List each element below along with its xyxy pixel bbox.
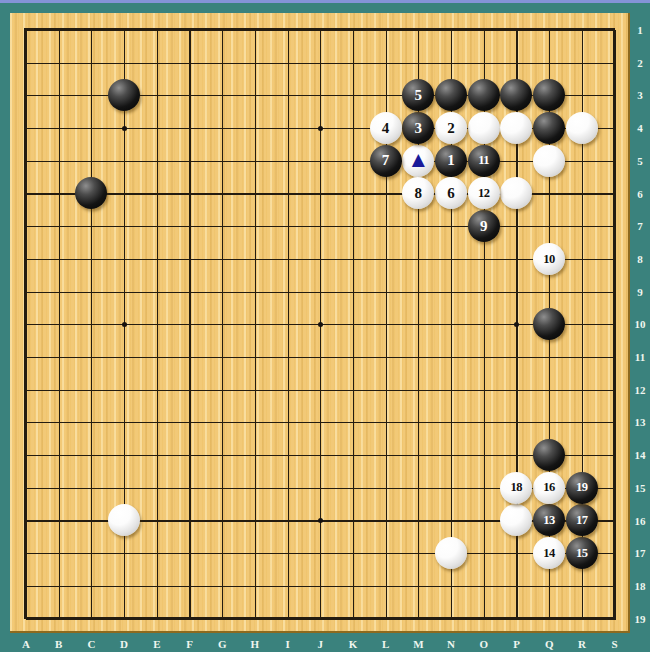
stone-r4[interactable] xyxy=(566,112,598,144)
move-number: 3 xyxy=(415,121,423,136)
star-point-J4 xyxy=(318,126,323,131)
stone-o6[interactable]: 12 xyxy=(468,177,500,209)
stone-n5[interactable]: 1 xyxy=(435,145,467,177)
go-board[interactable]: ▲12345678910111213141516171819 xyxy=(10,13,630,633)
move-number: 1 xyxy=(447,153,455,168)
row-label-15: 15 xyxy=(630,481,650,495)
col-label-D: D xyxy=(114,637,134,651)
col-label-H: H xyxy=(245,637,265,651)
move-number: 13 xyxy=(543,514,555,527)
col-label-S: S xyxy=(605,637,625,651)
stone-o4[interactable] xyxy=(468,112,500,144)
row-label-18: 18 xyxy=(630,579,650,593)
col-label-Q: Q xyxy=(539,637,559,651)
stone-q3[interactable] xyxy=(533,79,565,111)
stone-q16[interactable]: 13 xyxy=(533,504,565,536)
row-label-16: 16 xyxy=(630,514,650,528)
col-label-P: P xyxy=(507,637,527,651)
stone-l5[interactable]: 7 xyxy=(370,145,402,177)
row-label-3: 3 xyxy=(630,88,650,102)
stone-q8[interactable]: 10 xyxy=(533,243,565,275)
stone-p16[interactable] xyxy=(500,504,532,536)
stone-n17[interactable] xyxy=(435,537,467,569)
move-number: 11 xyxy=(478,154,489,167)
move-number: 5 xyxy=(415,88,423,103)
row-label-12: 12 xyxy=(630,383,650,397)
stone-p6[interactable] xyxy=(500,177,532,209)
move-number: 15 xyxy=(576,547,588,560)
stone-d16[interactable] xyxy=(108,504,140,536)
stone-d3[interactable] xyxy=(108,79,140,111)
stone-p4[interactable] xyxy=(500,112,532,144)
row-label-14: 14 xyxy=(630,448,650,462)
col-label-F: F xyxy=(180,637,200,651)
col-label-M: M xyxy=(408,637,428,651)
stone-r15[interactable]: 19 xyxy=(566,472,598,504)
col-label-L: L xyxy=(376,637,396,651)
stone-o5[interactable]: 11 xyxy=(468,145,500,177)
row-label-17: 17 xyxy=(630,546,650,560)
stone-q5[interactable] xyxy=(533,145,565,177)
col-label-K: K xyxy=(343,637,363,651)
stone-p3[interactable] xyxy=(500,79,532,111)
go-diagram: { "game": "go", "board": { "size": 19, "… xyxy=(0,0,650,652)
stone-q14[interactable] xyxy=(533,439,565,471)
col-label-O: O xyxy=(474,637,494,651)
stone-o3[interactable] xyxy=(468,79,500,111)
move-number: 12 xyxy=(478,187,490,200)
row-label-6: 6 xyxy=(630,187,650,201)
col-label-N: N xyxy=(441,637,461,651)
stone-m6[interactable]: 8 xyxy=(402,177,434,209)
row-label-9: 9 xyxy=(630,285,650,299)
stone-m4[interactable]: 3 xyxy=(402,112,434,144)
move-number: 10 xyxy=(543,253,555,266)
stone-c6[interactable] xyxy=(75,177,107,209)
stone-n4[interactable]: 2 xyxy=(435,112,467,144)
col-label-A: A xyxy=(16,637,36,651)
col-label-C: C xyxy=(81,637,101,651)
move-number: 4 xyxy=(382,121,390,136)
stone-n3[interactable] xyxy=(435,79,467,111)
stone-r17[interactable]: 15 xyxy=(566,537,598,569)
stone-n6[interactable]: 6 xyxy=(435,177,467,209)
stone-q10[interactable] xyxy=(533,308,565,340)
col-label-E: E xyxy=(147,637,167,651)
top-accent-line xyxy=(0,0,650,3)
move-number: 16 xyxy=(543,481,555,494)
stone-r16[interactable]: 17 xyxy=(566,504,598,536)
stone-q15[interactable]: 16 xyxy=(533,472,565,504)
triangle-marker-icon: ▲ xyxy=(412,151,425,168)
move-number: 8 xyxy=(415,186,423,201)
move-number: 19 xyxy=(576,481,588,494)
row-label-13: 13 xyxy=(630,415,650,429)
col-label-G: G xyxy=(212,637,232,651)
move-number: 6 xyxy=(447,186,455,201)
stone-q17[interactable]: 14 xyxy=(533,537,565,569)
move-number: 2 xyxy=(447,121,455,136)
move-number: 7 xyxy=(382,153,390,168)
row-label-4: 4 xyxy=(630,121,650,135)
col-label-J: J xyxy=(310,637,330,651)
star-point-P10 xyxy=(514,322,519,327)
row-label-2: 2 xyxy=(630,56,650,70)
row-label-1: 1 xyxy=(630,23,650,37)
move-number: 18 xyxy=(511,481,523,494)
row-label-19: 19 xyxy=(630,612,650,626)
col-label-I: I xyxy=(278,637,298,651)
row-label-7: 7 xyxy=(630,219,650,233)
row-label-10: 10 xyxy=(630,317,650,331)
star-point-J10 xyxy=(318,322,323,327)
star-point-D10 xyxy=(122,322,127,327)
stone-q4[interactable] xyxy=(533,112,565,144)
star-point-J16 xyxy=(318,518,323,523)
stone-m3[interactable]: 5 xyxy=(402,79,434,111)
col-label-R: R xyxy=(572,637,592,651)
move-number: 9 xyxy=(480,219,488,234)
stone-o7[interactable]: 9 xyxy=(468,210,500,242)
move-number: 14 xyxy=(543,547,555,560)
col-label-B: B xyxy=(49,637,69,651)
stone-l4[interactable]: 4 xyxy=(370,112,402,144)
board-grid: ▲12345678910111213141516171819 xyxy=(10,14,631,635)
stone-m5[interactable]: ▲ xyxy=(402,145,434,177)
move-number: 17 xyxy=(576,514,588,527)
row-label-8: 8 xyxy=(630,252,650,266)
star-point-D4 xyxy=(122,126,127,131)
row-label-11: 11 xyxy=(630,350,650,364)
row-label-5: 5 xyxy=(630,154,650,168)
stone-p15[interactable]: 18 xyxy=(500,472,532,504)
